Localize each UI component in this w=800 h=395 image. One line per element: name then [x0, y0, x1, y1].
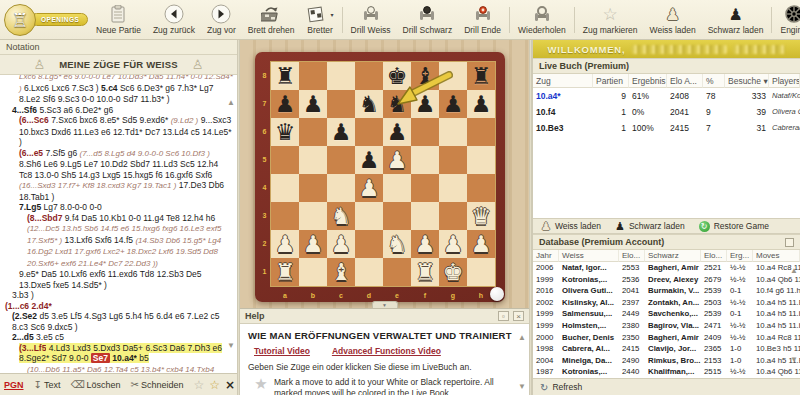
close-icon[interactable]: ×: [513, 311, 524, 321]
repeat-button[interactable]: Wiederholen: [512, 1, 572, 39]
database-cell[interactable]: Savchenko,...: [645, 308, 701, 320]
drill-white-button[interactable]: Drill Weiss: [345, 1, 397, 39]
file-label: c: [327, 292, 355, 299]
white-piece[interactable]: ♟: [275, 230, 296, 258]
square-a5[interactable]: [271, 146, 299, 174]
white-piece[interactable]: ♟: [303, 230, 324, 258]
black-piece[interactable]: ♞: [359, 90, 380, 118]
load-black-button[interactable]: ♟Schwarz laden: [615, 220, 685, 233]
white-piece[interactable]: ♞: [331, 202, 352, 230]
square-d6[interactable]: [355, 118, 383, 146]
livebook-cell[interactable]: 31: [725, 120, 769, 136]
square-f5[interactable]: [411, 146, 439, 174]
square-d2[interactable]: [355, 230, 383, 258]
square-a2[interactable]: ♟: [271, 230, 299, 258]
move-text[interactable]: 3.e5 c5: [34, 332, 64, 342]
square-b1[interactable]: [299, 258, 327, 286]
database-cell[interactable]: Kislinsky, Al...: [559, 297, 619, 309]
database-cell[interactable]: ½-½: [727, 262, 753, 274]
database-cell[interactable]: 10.a4 h5 11.b3 g...: [753, 320, 800, 332]
square-c4[interactable]: [327, 174, 355, 202]
database-cell[interactable]: 2521: [701, 262, 727, 274]
drill-end-button[interactable]: Drill Ende: [458, 1, 507, 39]
square-b6[interactable]: [299, 118, 327, 146]
database-cell[interactable]: 2679: [701, 274, 727, 286]
livebook-cell[interactable]: 10.Be3: [533, 120, 593, 136]
move-text[interactable]: 10.a4*: [112, 353, 137, 363]
database-cell[interactable]: 2536: [619, 274, 645, 286]
dock-icon[interactable]: [785, 238, 794, 247]
square-a6[interactable]: ♛: [271, 118, 299, 146]
move-text[interactable]: 5.Sc3 a6 6.De2* g6: [37, 105, 113, 115]
black-piece[interactable]: ♟: [331, 118, 352, 146]
livebook-cell[interactable]: 9: [593, 88, 629, 104]
square-e3[interactable]: [383, 202, 411, 230]
database-column-header[interactable]: Jahr: [533, 250, 559, 262]
star-yellow-icon[interactable]: ☆: [209, 378, 220, 392]
database-cell[interactable]: Holmsten,...: [559, 320, 619, 332]
database-cell[interactable]: ½-½: [727, 320, 753, 332]
livebook-column-header[interactable]: Players: [769, 74, 800, 88]
square-f4[interactable]: [411, 174, 439, 202]
livebook-cell[interactable]: 10.a4*: [533, 88, 593, 104]
database-cell[interactable]: Nataf, Igor...: [559, 262, 619, 274]
database-cell[interactable]: Rimkus, Bro...: [645, 355, 701, 367]
database-cell[interactable]: 2539: [701, 285, 727, 297]
star-icon[interactable]: ☆: [194, 378, 205, 392]
database-cell[interactable]: Bagirov, Vla...: [645, 320, 701, 332]
square-a3[interactable]: [271, 202, 299, 230]
square-d1[interactable]: [355, 258, 383, 286]
database-cell[interactable]: 10.a4 Qb6 11.b3...: [753, 366, 800, 378]
move-text[interactable]: Lg7 8.0-0-0 0-0: [41, 202, 101, 212]
move-text[interactable]: (6...Sc6: [19, 115, 49, 125]
move-text[interactable]: 7.Sf5 g6: [43, 148, 79, 158]
square-e4[interactable]: [383, 174, 411, 202]
database-cell[interactable]: 0-1: [727, 285, 753, 297]
square-e5[interactable]: ♟: [383, 146, 411, 174]
notation-line[interactable]: 3.b3 ): [2, 290, 233, 301]
top-toolbar: ♖ OPENINGS Neue Partie Zug zurück Zug vo…: [0, 0, 800, 40]
database-cell[interactable]: Bagheri, Amir: [645, 332, 701, 344]
scroll-down-icon[interactable]: ▼: [790, 355, 798, 364]
restore-game-button[interactable]: ↻Restore Game: [699, 221, 769, 232]
username-redacted: [733, 45, 785, 54]
database-cell[interactable]: Zontakh, An...: [645, 297, 701, 309]
chess-board[interactable]: ♜♚♝♜♟♟♞♞♟♟♟♛♟♟♟♟♟♞♛♟♟♟♞♟♟♟♜♝♜♚: [271, 62, 495, 286]
notation-line[interactable]: 2...d5 3.e5 c5: [2, 332, 233, 343]
move-forward-button[interactable]: Zug vor: [201, 1, 242, 39]
database-cell[interactable]: 2515: [701, 366, 727, 378]
square-g6[interactable]: [439, 118, 467, 146]
move-text[interactable]: 9.f4 Da5 10.Kb1 0-0 11.g4 Te8 12.h4 h6: [62, 213, 215, 223]
database-column-header[interactable]: Elo...: [701, 250, 727, 262]
black-piece[interactable]: ♞: [387, 90, 408, 118]
square-c2[interactable]: ♟: [327, 230, 355, 258]
database-cell[interactable]: 10.f4 g6 11.h4 h5...: [753, 285, 800, 297]
livebook-cell[interactable]: 61%: [629, 88, 667, 104]
load-white-button[interactable]: ♟ Weiss laden: [644, 1, 702, 39]
scroll-up-icon[interactable]: ▲: [518, 333, 526, 342]
notation-line[interactable]: (2.Se2 d5 3.e5 Lf5 4.Sg3 Lg6 5.h4 h5 6.d…: [2, 311, 233, 332]
square-b5[interactable]: [299, 146, 327, 174]
app-logo[interactable]: ♖ OPENINGS: [4, 4, 90, 36]
notation-footer-toolbar: PGN ↧Text ⌫Löschen ✂Schneiden ☆ ☆ × ± = …: [0, 373, 237, 395]
database-cell[interactable]: Cabrera, Al...: [559, 343, 619, 355]
notation-line[interactable]: (8...Sbd7 9.f4 Da5 10.Kb1 0-0 11.g4 Te8 …: [2, 213, 233, 270]
mark-move-button[interactable]: ☆ Zug markieren: [577, 1, 644, 39]
engine-button[interactable]: Engine: [774, 1, 800, 39]
livebook-cell[interactable]: 100%: [629, 120, 667, 136]
database-column-header[interactable]: Weiss: [559, 250, 619, 262]
drill-black-icon: [418, 4, 436, 24]
scroll-down-icon[interactable]: ▼: [227, 341, 235, 350]
livebook-cell[interactable]: 1: [593, 104, 629, 120]
tutorial-video-link[interactable]: Tutorial Video: [254, 346, 310, 356]
scroll-down-icon[interactable]: ▼: [518, 382, 526, 391]
database-cell[interactable]: Kotronias,...: [559, 274, 619, 286]
square-b2[interactable]: ♟: [299, 230, 327, 258]
white-piece[interactable]: ♟: [443, 230, 464, 258]
white-piece[interactable]: ♜: [275, 258, 296, 286]
livebook-column-header[interactable]: Besuche ▾: [725, 74, 769, 88]
database-cell[interactable]: 1-0: [727, 355, 753, 367]
database-cell[interactable]: 0-1: [727, 308, 753, 320]
database-cell[interactable]: Burmakin, V...: [645, 285, 701, 297]
black-piece[interactable]: ♛: [275, 118, 296, 146]
flip-board-icon: [261, 4, 281, 24]
database-cell[interactable]: 2006: [533, 262, 559, 274]
database-column-header[interactable]: Elo...: [619, 250, 645, 262]
square-c8[interactable]: [327, 62, 355, 90]
livebook-column-header[interactable]: Partien: [593, 74, 629, 88]
move-back-button[interactable]: Zug zurück: [147, 1, 201, 39]
square-c6[interactable]: ♟: [327, 118, 355, 146]
logo-badge: OPENINGS: [30, 13, 88, 26]
livebook-cell[interactable]: Cabrera/An...: [769, 120, 800, 136]
move-text[interactable]: 4...Sf6: [12, 105, 37, 115]
repeat-icon: [533, 4, 551, 24]
black-piece[interactable]: ♟: [275, 90, 296, 118]
database-cell[interactable]: 2449: [619, 308, 645, 320]
white-piece[interactable]: ♟: [471, 230, 492, 258]
black-piece[interactable]: ♜: [275, 62, 296, 90]
database-cell[interactable]: 2415: [619, 343, 645, 355]
square-c5[interactable]: [327, 146, 355, 174]
boards-button[interactable]: ▾ Bretter: [301, 1, 340, 39]
livebook-column-header[interactable]: Elo A...: [667, 74, 703, 88]
square-f8[interactable]: ♝: [411, 62, 439, 90]
move-text[interactable]: d5 3.e5 Lf5 4.Sg3 Lg6 5.h4 h5 6.d4 e6 7.…: [12, 311, 219, 332]
dock-icon[interactable]: ▫: [498, 311, 509, 321]
white-piece[interactable]: ♟: [387, 146, 408, 174]
livebook-table[interactable]: ZugPartienErgebnisElo A...%Besuche ▾Play…: [533, 74, 800, 136]
cut-button[interactable]: ✂Schneiden: [131, 379, 184, 390]
move-text[interactable]: (1...c6: [5, 301, 29, 311]
move-text[interactable]: (16...Sxd3 17.f7+ Kf8 18.cxd3 Kg7 19.Tac…: [19, 181, 176, 190]
square-d4[interactable]: ♟: [355, 174, 383, 202]
livebook-cell[interactable]: Olivera Guti...: [769, 104, 800, 120]
square-h3[interactable]: ♛: [467, 202, 495, 230]
white-piece[interactable]: ♝: [331, 258, 352, 286]
database-column-header[interactable]: Moves: [753, 250, 800, 262]
livebook-cell[interactable]: Nataf/Kotro...: [769, 88, 800, 104]
black-piece[interactable]: ♟: [359, 146, 380, 174]
square-c1[interactable]: ♝: [327, 258, 355, 286]
livebook-cell[interactable]: 0%: [629, 104, 667, 120]
move-text[interactable]: (2.Se2: [12, 311, 37, 321]
scroll-up-icon[interactable]: ▲: [227, 98, 235, 107]
white-piece[interactable]: ♟: [359, 174, 380, 202]
database-cell[interactable]: Dreev, Alexey: [645, 274, 701, 286]
black-piece[interactable]: ♚: [387, 62, 408, 90]
username-redacted: [631, 45, 727, 54]
notation-line[interactable]: (4.Dxd4* a6 (4...Sc6 5.Lb5 Ld7 (5...Sf6 …: [2, 75, 233, 105]
square-b8[interactable]: [299, 62, 327, 90]
move-text[interactable]: 5.c4: [101, 83, 118, 93]
database-column-header[interactable]: Erg...: [727, 250, 753, 262]
notation-line[interactable]: (6...Sc6 7.Sxc6 bxc6 8.e5* Sd5 9.exd6* (…: [2, 115, 233, 148]
drill-black-button[interactable]: Drill Schwarz: [397, 1, 459, 39]
database-cell[interactable]: 2004: [533, 355, 559, 367]
white-piece[interactable]: ♞: [387, 230, 408, 258]
database-cell[interactable]: 10.a4 h5 11.Bg5...: [753, 297, 800, 309]
square-e2[interactable]: ♞: [383, 230, 411, 258]
advanced-video-link[interactable]: Advanced Functions Video: [332, 346, 441, 356]
square-h1[interactable]: [467, 258, 495, 286]
notation-line[interactable]: (1...c6 2.d4*: [2, 301, 233, 312]
database-cell[interactable]: 2471: [701, 320, 727, 332]
drill-white-icon: [362, 4, 380, 24]
text-button[interactable]: ↧Text: [34, 379, 61, 390]
white-piece[interactable]: ♟: [415, 230, 436, 258]
square-f1[interactable]: ♜: [411, 258, 439, 286]
square-f6[interactable]: [411, 118, 439, 146]
database-cell[interactable]: 2397: [619, 297, 645, 309]
move-text[interactable]: 3.b3 ): [12, 290, 34, 300]
database-cell[interactable]: 1999: [533, 274, 559, 286]
database-cell[interactable]: 2440: [619, 366, 645, 378]
livebook-cell[interactable]: 2408: [667, 88, 703, 104]
database-cell[interactable]: Khalifman,...: [645, 366, 701, 378]
refresh-button[interactable]: Refresh: [552, 382, 582, 392]
database-cell[interactable]: Bagheri, Amir: [645, 262, 701, 274]
current-move[interactable]: Se7: [91, 353, 110, 363]
square-e8[interactable]: ♚: [383, 62, 411, 90]
database-cell[interactable]: 10.Be3 h5 11.Kh1...: [753, 343, 800, 355]
black-piece[interactable]: ♟: [471, 90, 492, 118]
database-cell[interactable]: 2000: [533, 332, 559, 344]
white-piece[interactable]: ♜: [415, 258, 436, 286]
database-cell[interactable]: 2365: [701, 343, 727, 355]
move-text[interactable]: 2.d4*: [29, 301, 52, 311]
livebook-cell[interactable]: 7: [703, 120, 725, 136]
livebook-cell[interactable]: 10.f4: [533, 104, 593, 120]
database-cell[interactable]: 2503: [701, 297, 727, 309]
database-cell[interactable]: 2409: [701, 332, 727, 344]
database-cell[interactable]: Bucher, Denis: [559, 332, 619, 344]
square-b7[interactable]: ♟: [299, 90, 327, 118]
livebook-cell[interactable]: 1: [593, 120, 629, 136]
square-e7[interactable]: ♞: [383, 90, 411, 118]
move-text[interactable]: 8.Sh6 Le6 9.Lg5 Le7 10.Dd2 Sbd7 11.Ld3 S…: [19, 159, 218, 180]
database-cell[interactable]: 2553: [619, 262, 645, 274]
move-text[interactable]: b5: [137, 353, 149, 363]
white-pawn-icon: ♙: [192, 57, 204, 72]
database-cell[interactable]: 10.a4 Rc8 11.Rd1...: [753, 332, 800, 344]
database-cell[interactable]: 10.a4 Qb6 11.a5...: [753, 274, 800, 286]
square-g4[interactable]: [439, 174, 467, 202]
square-b3[interactable]: [299, 202, 327, 230]
square-g7[interactable]: ♟: [439, 90, 467, 118]
move-text[interactable]: 6.Lxc6 Lxc6 7.Sc3 ): [22, 83, 101, 93]
square-g1[interactable]: ♚: [439, 258, 467, 286]
board-settings-button[interactable]: [490, 287, 504, 301]
square-e6[interactable]: ♟: [383, 118, 411, 146]
database-cell[interactable]: Clavijo, Jor...: [645, 343, 701, 355]
square-g2[interactable]: ♟: [439, 230, 467, 258]
database-cell[interactable]: ½-½: [727, 274, 753, 286]
database-cell[interactable]: Minelga, Da...: [559, 355, 619, 367]
black-piece[interactable]: ♝: [415, 62, 436, 90]
square-c7[interactable]: [327, 90, 355, 118]
livebook-cell[interactable]: 78: [703, 88, 725, 104]
notation-move-list[interactable]: ( 12.h4 )12...Lxf6 13.h4 h5 14.g5 Le7 15…: [0, 75, 237, 373]
drill-end-icon: [474, 4, 492, 24]
square-g8[interactable]: [439, 62, 467, 90]
square-f7[interactable]: ♟: [411, 90, 439, 118]
database-cell[interactable]: 2016: [533, 285, 559, 297]
livebook-cell[interactable]: 39: [725, 104, 769, 120]
collapse-handle[interactable]: ▼: [372, 301, 398, 308]
database-cell[interactable]: 2539: [701, 308, 727, 320]
database-cell[interactable]: 1987: [533, 366, 559, 378]
database-cell[interactable]: 1-0: [727, 343, 753, 355]
livebook-column-header[interactable]: %: [703, 74, 725, 88]
square-e1[interactable]: [383, 258, 411, 286]
square-h7[interactable]: ♟: [467, 90, 495, 118]
database-cell[interactable]: 2490: [619, 355, 645, 367]
notation-line[interactable]: (6...e5 7.Sf5 g6 (7...d5 8.Lg5 d4 9.0-0-…: [2, 148, 233, 203]
livebook-cell[interactable]: 2415: [667, 120, 703, 136]
database-cell[interactable]: 2350: [619, 332, 645, 344]
database-rows[interactable]: 2006Nataf, Igor...2553Bagheri, Amir2521½…: [533, 262, 800, 378]
move-text[interactable]: (10...Db6 11.a5* Da6 12.Ta4 c5 13.b4* cx…: [27, 365, 214, 374]
move-text[interactable]: (6...e5: [19, 148, 43, 158]
pgn-button[interactable]: PGN: [4, 380, 24, 390]
database-cell[interactable]: 2002: [533, 297, 559, 309]
livebook-column-header[interactable]: Zug: [533, 74, 593, 88]
database-cell[interactable]: 2380: [619, 320, 645, 332]
square-g3[interactable]: [439, 202, 467, 230]
square-a1[interactable]: ♜: [271, 258, 299, 286]
square-h4[interactable]: [467, 174, 495, 202]
database-cell[interactable]: Kotronias,...: [559, 366, 619, 378]
database-cell[interactable]: ½-½: [727, 366, 753, 378]
black-piece[interactable]: ♟: [387, 118, 408, 146]
database-cell[interactable]: 1998: [533, 343, 559, 355]
database-column-header[interactable]: Schwarz: [645, 250, 701, 262]
square-a4[interactable]: [271, 174, 299, 202]
square-b4[interactable]: [299, 174, 327, 202]
white-piece[interactable]: ♟: [331, 230, 352, 258]
white-piece[interactable]: ♚: [443, 258, 464, 286]
database-cell[interactable]: 2153: [701, 355, 727, 367]
move-text[interactable]: 13.Lxf6 Sxf6 14.f5: [62, 235, 135, 245]
square-g5[interactable]: [439, 146, 467, 174]
square-d3[interactable]: [355, 202, 383, 230]
square-h6[interactable]: [467, 118, 495, 146]
database-cell[interactable]: ½-½: [727, 297, 753, 309]
square-f2[interactable]: ♟: [411, 230, 439, 258]
livebook-cell[interactable]: 333: [725, 88, 769, 104]
move-text[interactable]: (9.Ld2 ): [171, 116, 199, 125]
rank-coordinates: 87654321: [259, 62, 270, 286]
flip-board-button[interactable]: Brett drehen: [242, 1, 301, 39]
database-cell[interactable]: Salmensuu,...: [559, 308, 619, 320]
square-c3[interactable]: ♞: [327, 202, 355, 230]
move-text[interactable]: (8...Sbd7: [27, 213, 62, 223]
move-text[interactable]: 9.e5* Da5 10.Lxf6 exf6 11.exd6 Td8 12.Sb…: [19, 269, 202, 290]
load-white-button[interactable]: ♟Weiss laden: [541, 220, 601, 233]
notation-tab[interactable]: Notation: [0, 40, 237, 55]
notation-line[interactable]: (10...Db6 11.a5* Da6 12.Ta4 c5 13.b4* cx…: [2, 364, 233, 374]
notation-line[interactable]: 4...Sf6 5.Sc3 a6 6.De2* g6: [2, 105, 233, 116]
livebook-cell[interactable]: 9: [703, 104, 725, 120]
scroll-up-icon[interactable]: ▲: [790, 266, 798, 275]
move-text[interactable]: 2...d5: [12, 332, 34, 342]
new-game-button[interactable]: Neue Partie: [90, 1, 147, 39]
black-piece[interactable]: ♟: [415, 90, 436, 118]
livebook-column-header[interactable]: Ergebnis: [629, 74, 667, 88]
load-black-button[interactable]: ♟ Schwarz laden: [702, 1, 770, 39]
black-piece[interactable]: ♟: [443, 90, 464, 118]
database-cell[interactable]: 2041: [619, 285, 645, 297]
toolbar-separator: [771, 7, 772, 33]
square-d8[interactable]: [355, 62, 383, 90]
move-text[interactable]: (7...d5 8.Lg5 d4 9.0-0-0 Sc6 10.Df3 ): [80, 149, 210, 158]
notation-line[interactable]: (3...Lf5 4.Ld3 Lxd3 5.Dxd3 Da5+ 6.Sc3 Da…: [2, 343, 233, 364]
move-text[interactable]: (3...Lf5: [19, 343, 46, 353]
white-piece[interactable]: ♛: [471, 202, 492, 230]
square-d5[interactable]: ♟: [355, 146, 383, 174]
livebook-cell[interactable]: 2041: [667, 104, 703, 120]
database-cell[interactable]: 10.a4 h5 11.b3 g...: [753, 308, 800, 320]
delete-button[interactable]: ⌫Löschen: [70, 379, 120, 390]
square-h2[interactable]: ♟: [467, 230, 495, 258]
square-f3[interactable]: [411, 202, 439, 230]
square-a8[interactable]: ♜: [271, 62, 299, 90]
black-piece[interactable]: ♜: [471, 62, 492, 90]
square-a7[interactable]: ♟: [271, 90, 299, 118]
black-piece[interactable]: ♟: [303, 90, 324, 118]
rank-label: 4: [259, 174, 270, 202]
unmark-x-icon[interactable]: ×: [225, 378, 235, 392]
square-d7[interactable]: ♞: [355, 90, 383, 118]
square-h8[interactable]: ♜: [467, 62, 495, 90]
database-cell[interactable]: ½-½: [727, 332, 753, 344]
move-text[interactable]: 7.Lg5: [19, 202, 41, 212]
database-cell[interactable]: Olivera Guti...: [559, 285, 619, 297]
move-text[interactable]: 7.Sxc6 bxc6 8.e5* Sd5 9.exd6*: [49, 115, 171, 125]
notation-line[interactable]: 9.e5* Da5 10.Lxf6 exf6 11.exd6 Td8 12.Sb…: [2, 269, 233, 290]
database-cell[interactable]: 1999: [533, 308, 559, 320]
chess-board-frame: 87654321 abcdefgh ♜♚♝♜♟♟♞♞♟♟♟♛♟♟♟♟♟♞♛♟♟♟…: [255, 52, 505, 302]
notation-line[interactable]: 7.Lg5 Lg7 8.0-0-0 0-0: [2, 202, 233, 213]
database-cell[interactable]: 1999: [533, 320, 559, 332]
square-h5[interactable]: [467, 146, 495, 174]
scissors-icon: ✂: [131, 379, 139, 390]
